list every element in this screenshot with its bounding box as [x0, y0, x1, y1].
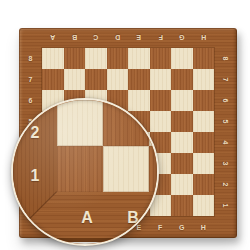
- square-h7: [193, 69, 215, 90]
- square-e7: [128, 69, 150, 90]
- rank-label: 7: [19, 69, 42, 90]
- lens-sheen: [13, 100, 157, 244]
- file-label: G: [171, 216, 193, 238]
- square-e6: [128, 90, 150, 111]
- square-g5: [171, 111, 193, 132]
- square-h8: [193, 48, 215, 69]
- square-f8: [150, 48, 172, 69]
- file-label: H: [193, 28, 215, 48]
- square-h4: [193, 132, 215, 153]
- square-g2: [171, 174, 193, 195]
- square-h2: [193, 174, 215, 195]
- square-g6: [171, 90, 193, 111]
- square-e8: [128, 48, 150, 69]
- square-g4: [171, 132, 193, 153]
- rank-label: 2: [215, 173, 236, 196]
- square-a8: [42, 48, 64, 69]
- rank-label: 4: [215, 131, 236, 154]
- file-label: D: [107, 28, 129, 48]
- magnifier-circle: 2 1 A B: [11, 98, 159, 246]
- file-label: C: [85, 28, 107, 48]
- file-labels-top: A B C D E F G H: [42, 28, 214, 48]
- rank-label: 6: [215, 89, 236, 112]
- rank-label: 8: [19, 48, 42, 69]
- rank-label: 8: [215, 47, 236, 70]
- square-g3: [171, 153, 193, 174]
- file-label: H: [193, 216, 215, 238]
- rank-label: 3: [215, 152, 236, 175]
- square-b7: [64, 69, 86, 90]
- square-h6: [193, 90, 215, 111]
- square-h3: [193, 153, 215, 174]
- square-h1: [193, 195, 215, 216]
- square-d8: [107, 48, 129, 69]
- rank-label: 1: [215, 194, 236, 217]
- file-label: A: [42, 28, 64, 48]
- square-d7: [107, 69, 129, 90]
- rank-labels-right: 8 7 6 5 4 3 2 1: [214, 48, 237, 216]
- square-g7: [171, 69, 193, 90]
- rank-label: 5: [215, 110, 236, 133]
- product-photo-chessboard: A B C D E F G H 8 7 6 5 4 3 2 1 8 7 6 5 …: [0, 0, 250, 250]
- square-f7: [150, 69, 172, 90]
- rank-label: 7: [215, 68, 236, 91]
- square-f6: [150, 90, 172, 111]
- file-label: G: [171, 28, 193, 48]
- file-label: F: [150, 28, 172, 48]
- square-h5: [193, 111, 215, 132]
- square-b8: [64, 48, 86, 69]
- file-label: B: [64, 28, 86, 48]
- square-g8: [171, 48, 193, 69]
- file-label: F: [150, 216, 172, 238]
- square-a7: [42, 69, 64, 90]
- magnified-corner-view: 2 1 A B: [13, 100, 157, 244]
- square-c8: [85, 48, 107, 69]
- square-g1: [171, 195, 193, 216]
- square-f5: [150, 111, 172, 132]
- square-c7: [85, 69, 107, 90]
- rank-label: 6: [19, 90, 42, 111]
- file-label: E: [128, 28, 150, 48]
